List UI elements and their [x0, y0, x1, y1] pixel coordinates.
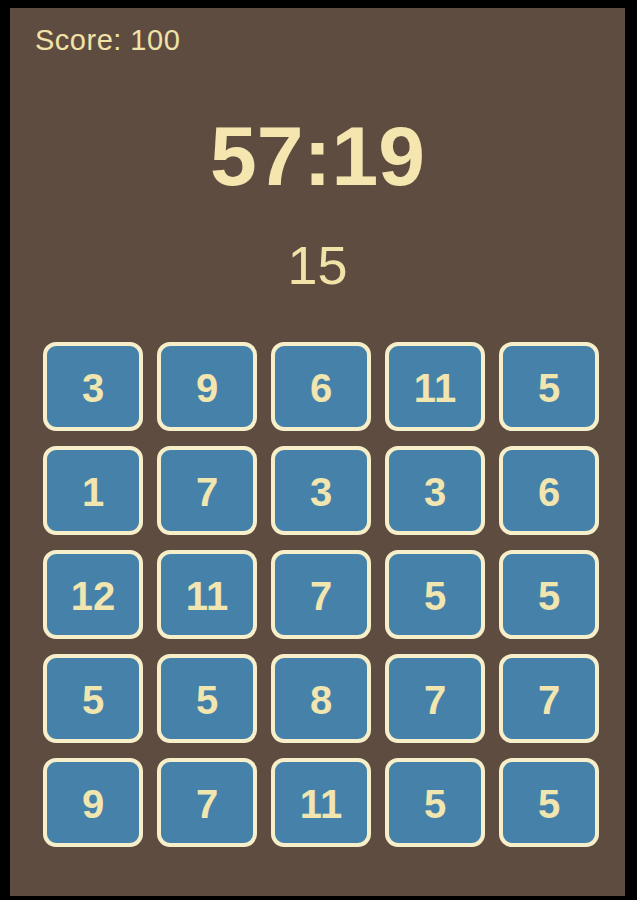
number-tile-r1c1[interactable]: 3: [43, 342, 143, 431]
number-tile-r5c3[interactable]: 11: [271, 758, 371, 847]
number-tile-r1c5[interactable]: 5: [499, 342, 599, 431]
number-tile-r3c4[interactable]: 5: [385, 550, 485, 639]
number-tile-r5c5[interactable]: 5: [499, 758, 599, 847]
number-tile-r5c4[interactable]: 5: [385, 758, 485, 847]
tile-grid: 39611517336121175555877971155: [43, 342, 599, 847]
number-tile-r1c4[interactable]: 11: [385, 342, 485, 431]
number-tile-r4c1[interactable]: 5: [43, 654, 143, 743]
game-screen: Score: 100 57:19 15 39611517336121175555…: [10, 8, 625, 896]
number-tile-r1c2[interactable]: 9: [157, 342, 257, 431]
number-tile-r4c4[interactable]: 7: [385, 654, 485, 743]
number-tile-r5c1[interactable]: 9: [43, 758, 143, 847]
number-tile-r5c2[interactable]: 7: [157, 758, 257, 847]
number-tile-r4c3[interactable]: 8: [271, 654, 371, 743]
target-number: 15: [10, 234, 625, 296]
number-tile-r4c2[interactable]: 5: [157, 654, 257, 743]
number-tile-r2c5[interactable]: 6: [499, 446, 599, 535]
number-tile-r3c5[interactable]: 5: [499, 550, 599, 639]
number-tile-r2c1[interactable]: 1: [43, 446, 143, 535]
number-tile-r2c3[interactable]: 3: [271, 446, 371, 535]
countdown-timer: 57:19: [10, 108, 625, 205]
number-tile-r3c2[interactable]: 11: [157, 550, 257, 639]
number-tile-r2c4[interactable]: 3: [385, 446, 485, 535]
number-tile-r4c5[interactable]: 7: [499, 654, 599, 743]
number-tile-r1c3[interactable]: 6: [271, 342, 371, 431]
score-label: Score: 100: [35, 24, 180, 57]
number-tile-r3c3[interactable]: 7: [271, 550, 371, 639]
number-tile-r3c1[interactable]: 12: [43, 550, 143, 639]
number-tile-r2c2[interactable]: 7: [157, 446, 257, 535]
